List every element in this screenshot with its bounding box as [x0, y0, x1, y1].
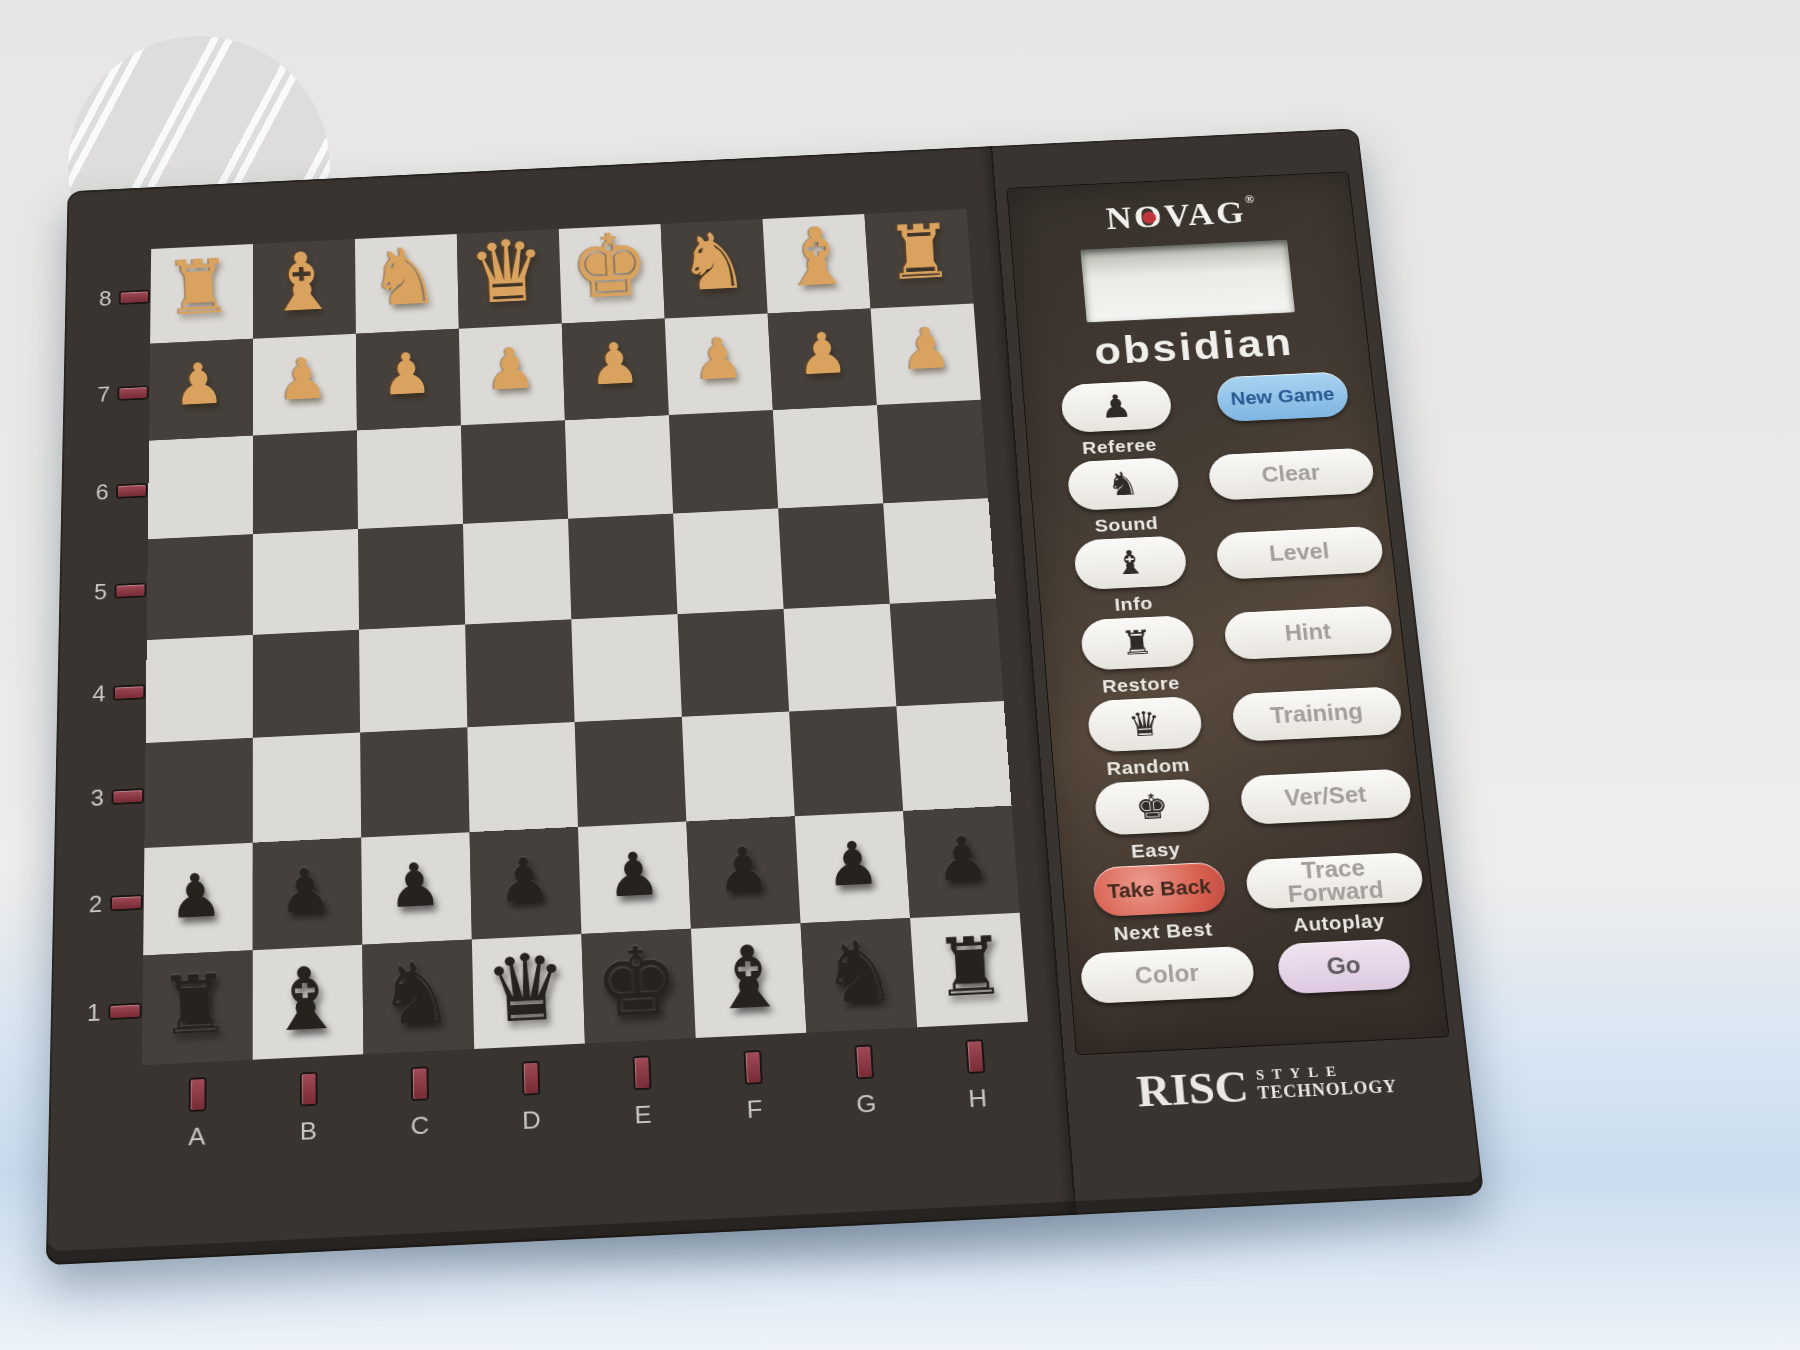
piece-black-pawn[interactable]: ♟: [496, 851, 553, 911]
risc-sub: STYLE TECHNOLOGY: [1255, 1061, 1398, 1104]
button-referee[interactable]: ♟: [1060, 380, 1173, 433]
keycell-training: Training: [1228, 686, 1409, 777]
square-g1[interactable]: ♞: [801, 918, 918, 1033]
square-c3[interactable]: [360, 727, 469, 837]
piece-white-knight[interactable]: ♞: [677, 224, 751, 301]
piece-black-pawn[interactable]: ♟: [934, 829, 991, 889]
button-new-game[interactable]: New Game: [1216, 371, 1350, 422]
rank-number-3: 3: [90, 784, 104, 810]
label-easy: Easy: [1130, 838, 1181, 862]
square-b7[interactable]: ♟: [253, 334, 357, 436]
button-take-back[interactable]: Take Back: [1092, 862, 1227, 918]
brand-o-wrap: O: [1133, 200, 1166, 232]
rank-led-8: [121, 291, 148, 303]
button-clear[interactable]: Clear: [1207, 447, 1375, 500]
piece-white-bishop[interactable]: ♝: [264, 243, 339, 322]
square-a2[interactable]: ♟: [143, 843, 253, 956]
keycell-level: Level: [1212, 526, 1390, 614]
keycell-go: Go: [1253, 937, 1439, 1032]
square-a8[interactable]: ♜: [150, 244, 253, 344]
model-name: obsidian: [1026, 316, 1362, 377]
square-f1[interactable]: ♝: [691, 923, 806, 1038]
piece-white-pawn[interactable]: ♟: [691, 331, 745, 387]
brand-vag: VAG: [1163, 196, 1248, 231]
piece-white-bishop[interactable]: ♝: [779, 218, 855, 297]
file-led-e: [634, 1057, 649, 1088]
file-column-b: B: [253, 1064, 365, 1193]
keypad: ♟RefereeNew Game♞SoundClear♝InfoLevel♜Re…: [1031, 370, 1440, 1040]
square-b6[interactable]: [253, 430, 358, 534]
keycell-next-best: Take BackNext Best: [1070, 860, 1253, 954]
rank-led-1: [110, 1004, 139, 1018]
square-c1[interactable]: ♞: [362, 939, 474, 1054]
square-b4[interactable]: [253, 630, 360, 738]
rook-icon: ♜: [1120, 626, 1155, 661]
square-g5[interactable]: [778, 503, 890, 609]
risc-word: RISC: [1135, 1066, 1250, 1112]
style-word: STYLE: [1255, 1061, 1396, 1084]
square-h2[interactable]: ♟: [903, 806, 1019, 918]
file-letter-f: F: [746, 1094, 763, 1124]
piece-black-pawn[interactable]: ♟: [167, 867, 223, 927]
rank-number-8: 8: [99, 286, 112, 310]
brand-n: N: [1105, 202, 1136, 234]
keycell-random: ♛Random: [1056, 694, 1236, 785]
piece-white-pawn[interactable]: ♟: [484, 341, 538, 397]
registered-mark: ®: [1244, 194, 1255, 206]
file-column-h: H: [918, 1031, 1038, 1160]
square-h4[interactable]: [890, 599, 1004, 707]
keycell-hint: Hint: [1220, 605, 1400, 694]
piece-white-knight[interactable]: ♞: [368, 239, 442, 316]
square-b8[interactable]: ♝: [253, 239, 356, 339]
keycell-color: Color: [1077, 946, 1262, 1041]
file-column-d: D: [474, 1053, 589, 1182]
rank-labels: 87654321: [50, 249, 151, 1070]
square-h8[interactable]: ♜: [864, 209, 973, 308]
photo-scene: 87654321 ♜♝♞♛♚♞♝♜♟♟♟♟♟♟♟♟♟♟♟♟♟♟♟♟♜♝♞♛♚♝♞…: [0, 0, 1800, 1350]
label-sound: Sound: [1094, 513, 1159, 536]
piece-black-rook[interactable]: ♜: [157, 965, 232, 1045]
piece-black-pawn[interactable]: ♟: [386, 856, 443, 916]
file-labels: ABCDEFGH: [140, 1031, 1038, 1198]
button-hint[interactable]: Hint: [1222, 605, 1393, 660]
piece-white-rook[interactable]: ♜: [884, 216, 955, 290]
square-f2[interactable]: ♟: [686, 816, 800, 928]
rank-led-2: [112, 896, 141, 909]
piece-white-pawn[interactable]: ♟: [587, 336, 641, 392]
square-g4[interactable]: [784, 604, 897, 712]
piece-black-knight[interactable]: ♞: [819, 931, 899, 1015]
piece-black-rook[interactable]: ♜: [932, 927, 1008, 1007]
square-d3[interactable]: [467, 722, 578, 832]
square-d6[interactable]: [461, 420, 568, 524]
square-e5[interactable]: [568, 514, 677, 620]
piece-white-pawn[interactable]: ♟: [276, 351, 330, 407]
square-g7[interactable]: ♟: [768, 308, 877, 409]
piece-white-queen[interactable]: ♛: [467, 230, 548, 315]
square-d8[interactable]: ♛: [457, 229, 562, 329]
rank-number-7: 7: [97, 382, 110, 406]
square-c5[interactable]: [358, 524, 465, 630]
square-c2[interactable]: ♟: [361, 832, 472, 945]
square-e7[interactable]: ♟: [562, 319, 669, 421]
rank-row-4: 4: [56, 640, 146, 747]
label-random: Random: [1106, 754, 1191, 779]
risc-logo: RISC STYLE TECHNOLOGY: [1077, 1056, 1456, 1114]
square-a4[interactable]: [146, 635, 253, 743]
bishop-icon: ♝: [1113, 546, 1148, 580]
piece-black-bishop[interactable]: ♝: [264, 957, 345, 1043]
rank-number-2: 2: [89, 890, 103, 917]
square-b5[interactable]: [253, 529, 359, 635]
file-led-b: [301, 1074, 315, 1105]
rank-row-7: 7: [63, 344, 151, 445]
square-b2[interactable]: ♟: [253, 838, 363, 951]
board-section: 87654321 ♜♝♞♛♚♞♝♜♟♟♟♟♟♟♟♟♟♟♟♟♟♟♟♟♜♝♞♛♚♝♞…: [46, 146, 1077, 1265]
chess-board: ♜♝♞♛♚♞♝♜♟♟♟♟♟♟♟♟♟♟♟♟♟♟♟♟♜♝♞♛♚♝♞♜: [142, 209, 1028, 1065]
piece-white-rook[interactable]: ♜: [164, 251, 234, 325]
piece-white-pawn[interactable]: ♟: [899, 321, 953, 377]
piece-white-pawn[interactable]: ♟: [795, 326, 849, 382]
square-b1[interactable]: ♝: [253, 945, 364, 1060]
piece-black-bishop[interactable]: ♝: [708, 935, 789, 1021]
piece-black-pawn[interactable]: ♟: [824, 835, 881, 895]
king-icon: ♚: [1134, 789, 1170, 825]
square-a7[interactable]: ♟: [149, 339, 253, 441]
file-letter-d: D: [522, 1105, 541, 1135]
file-led-h: [967, 1041, 983, 1072]
square-h5[interactable]: [883, 498, 996, 604]
file-letter-c: C: [411, 1111, 430, 1141]
keycell-clear: Clear: [1205, 447, 1382, 534]
file-column-e: E: [585, 1047, 701, 1176]
square-d5[interactable]: [463, 519, 571, 625]
piece-white-king[interactable]: ♚: [569, 224, 651, 310]
square-a6[interactable]: [148, 435, 253, 539]
label-referee: Referee: [1081, 435, 1157, 459]
control-panel: NOVAG® obsidian ♟RefereeNew Game♞SoundCl…: [992, 128, 1484, 1214]
square-b3[interactable]: [253, 733, 361, 843]
square-c8[interactable]: ♞: [355, 234, 459, 334]
queen-icon: ♛: [1127, 707, 1162, 742]
keycell-info: ♝Info: [1043, 534, 1220, 622]
square-h6[interactable]: [877, 400, 988, 503]
rank-led-6: [118, 484, 146, 496]
square-e2[interactable]: ♟: [578, 822, 691, 934]
rank-number-1: 1: [87, 999, 101, 1027]
keycell-easy: ♚Easy: [1063, 777, 1245, 869]
square-g3[interactable]: [789, 706, 903, 816]
square-e4[interactable]: [571, 614, 682, 722]
chess-computer: 87654321 ♜♝♞♛♚♞♝♜♟♟♟♟♟♟♟♟♟♟♟♟♟♟♟♟♜♝♞♛♚♝♞…: [46, 128, 1484, 1265]
square-a5[interactable]: [147, 534, 253, 640]
square-h7[interactable]: ♟: [871, 303, 981, 404]
keypad-outline: NOVAG® obsidian ♟RefereeNew Game♞SoundCl…: [1006, 171, 1449, 1055]
rank-led-5: [116, 584, 144, 596]
square-d4[interactable]: [465, 619, 574, 727]
square-e8[interactable]: ♚: [559, 224, 665, 324]
keycell-referee: ♟Referee: [1031, 378, 1205, 463]
square-g8[interactable]: ♝: [763, 214, 871, 314]
knight-icon: ♞: [1106, 467, 1141, 500]
file-column-a: A: [140, 1069, 252, 1198]
file-led-c: [412, 1068, 426, 1099]
file-led-g: [856, 1047, 872, 1078]
button-go[interactable]: Go: [1276, 938, 1412, 994]
button-sound[interactable]: ♞: [1066, 457, 1180, 511]
keycell-new-game: New Game: [1197, 370, 1372, 455]
keycell-restore: ♜Restore: [1050, 614, 1228, 703]
square-a3[interactable]: [144, 738, 252, 848]
square-h3[interactable]: [896, 701, 1011, 811]
rank-row-6: 6: [60, 441, 148, 544]
file-led-d: [523, 1063, 538, 1094]
brand-logo: NOVAG®: [1016, 191, 1346, 238]
keycell-ver-set: Ver/Set: [1236, 768, 1419, 860]
square-a1[interactable]: ♜: [142, 950, 253, 1065]
square-g6[interactable]: [773, 405, 883, 509]
piece-white-pawn[interactable]: ♟: [380, 346, 434, 402]
square-c6[interactable]: [357, 425, 463, 529]
square-g2[interactable]: ♟: [795, 811, 910, 923]
rank-row-3: 3: [54, 743, 145, 853]
rank-number-4: 4: [92, 681, 106, 707]
keycell-autoplay: Trace ForwardAutoplay: [1244, 852, 1429, 946]
piece-black-knight[interactable]: ♞: [376, 952, 455, 1036]
rank-led-3: [113, 790, 142, 803]
square-e6[interactable]: [565, 415, 673, 519]
square-e3[interactable]: [575, 717, 687, 827]
square-f5[interactable]: [673, 508, 783, 614]
button-info[interactable]: ♝: [1073, 535, 1188, 590]
square-d7[interactable]: ♟: [459, 324, 565, 426]
rank-led-4: [115, 686, 143, 699]
lcd-display: [1080, 240, 1295, 323]
device-tilt-wrapper: 87654321 ♜♝♞♛♚♞♝♜♟♟♟♟♟♟♟♟♟♟♟♟♟♟♟♟♜♝♞♛♚♝♞…: [0, 0, 1484, 1265]
file-letter-h: H: [967, 1083, 988, 1113]
file-letter-a: A: [188, 1122, 205, 1152]
square-e1[interactable]: ♚: [581, 929, 695, 1044]
label-info: Info: [1114, 593, 1154, 616]
label-autoplay: Autoplay: [1292, 910, 1386, 937]
rank-number-5: 5: [94, 579, 107, 604]
rank-row-1: 1: [50, 955, 143, 1069]
piece-black-pawn[interactable]: ♟: [605, 845, 662, 905]
square-h1[interactable]: ♜: [910, 913, 1028, 1028]
piece-black-queen[interactable]: ♛: [483, 943, 570, 1034]
rank-number-6: 6: [96, 479, 109, 504]
file-led-a: [190, 1079, 204, 1110]
button-color[interactable]: Color: [1079, 946, 1255, 1005]
rank-row-2: 2: [52, 848, 144, 960]
square-f7[interactable]: ♟: [665, 314, 773, 416]
square-d2[interactable]: ♟: [470, 827, 582, 940]
file-letter-e: E: [634, 1100, 652, 1130]
button-ver-set[interactable]: Ver/Set: [1239, 768, 1413, 825]
square-c7[interactable]: ♟: [356, 329, 461, 431]
button-random[interactable]: ♛: [1086, 696, 1203, 753]
piece-white-pawn[interactable]: ♟: [172, 356, 226, 412]
label-restore: Restore: [1101, 672, 1180, 697]
square-c4[interactable]: [359, 624, 467, 732]
pawn-icon: ♟: [1099, 390, 1133, 423]
piece-black-pawn[interactable]: ♟: [715, 840, 772, 900]
square-f8[interactable]: ♞: [661, 219, 768, 319]
file-column-g: G: [807, 1037, 926, 1166]
file-column-f: F: [696, 1042, 814, 1171]
button-trace-forward[interactable]: Trace Forward: [1244, 852, 1424, 910]
keycell-sound: ♞Sound: [1037, 456, 1212, 543]
rank-row-5: 5: [58, 539, 147, 644]
square-f3[interactable]: [682, 712, 795, 822]
rank-row-8: 8: [64, 249, 151, 348]
square-f4[interactable]: [677, 609, 789, 717]
square-f6[interactable]: [669, 410, 778, 514]
piece-black-pawn[interactable]: ♟: [277, 861, 333, 921]
rank-led-7: [119, 387, 147, 399]
file-column-c: C: [364, 1058, 477, 1187]
button-training[interactable]: Training: [1230, 686, 1403, 742]
button-restore[interactable]: ♜: [1079, 615, 1195, 671]
label-next-best: Next Best: [1113, 918, 1214, 945]
file-letter-g: G: [855, 1089, 877, 1119]
file-letter-b: B: [300, 1116, 317, 1146]
square-d1[interactable]: ♛: [472, 934, 585, 1049]
technology-word: TECHNOLOGY: [1257, 1077, 1398, 1104]
button-easy[interactable]: ♚: [1093, 778, 1211, 836]
button-level[interactable]: Level: [1215, 526, 1385, 580]
piece-black-king[interactable]: ♚: [593, 937, 682, 1030]
file-led-f: [745, 1052, 760, 1083]
